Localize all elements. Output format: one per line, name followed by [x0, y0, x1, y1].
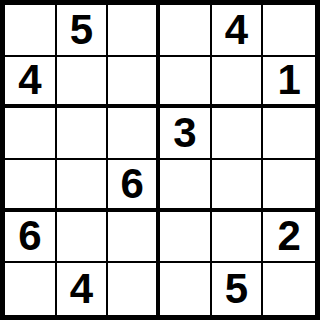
- sudoku-cell-r4c2-empty[interactable]: [57, 160, 109, 212]
- sudoku-cell-r3c5-empty[interactable]: [212, 108, 264, 160]
- sudoku-cell-r5c3-empty[interactable]: [108, 212, 160, 264]
- sudoku-cell-r5c6-given: 2: [263, 212, 315, 264]
- given-digit: 4: [18, 59, 41, 101]
- given-digit: 6: [120, 163, 143, 205]
- sudoku-cell-r4c3-given: 6: [108, 160, 160, 212]
- sudoku-cell-r3c4-given: 3: [160, 108, 212, 160]
- sudoku-cell-r1c5-given: 4: [212, 5, 264, 57]
- sudoku-cell-r2c2-empty[interactable]: [57, 57, 109, 109]
- sudoku-cell-r3c2-empty[interactable]: [57, 108, 109, 160]
- sudoku-cell-r6c4-empty[interactable]: [160, 263, 212, 315]
- sudoku-cell-r6c1-empty[interactable]: [5, 263, 57, 315]
- sudoku-cell-r5c2-empty[interactable]: [57, 212, 109, 264]
- sudoku-cell-r2c6-given: 1: [263, 57, 315, 109]
- sudoku-cell-r4c1-empty[interactable]: [5, 160, 57, 212]
- sudoku-cell-r4c4-empty[interactable]: [160, 160, 212, 212]
- sudoku-board: 5441366245: [0, 0, 320, 320]
- sudoku-cell-r6c6-empty[interactable]: [263, 263, 315, 315]
- sudoku-cell-r2c4-empty[interactable]: [160, 57, 212, 109]
- sudoku-cell-r6c3-empty[interactable]: [108, 263, 160, 315]
- sudoku-cell-r5c4-empty[interactable]: [160, 212, 212, 264]
- sudoku-cell-r4c6-empty[interactable]: [263, 160, 315, 212]
- sudoku-cell-r1c3-empty[interactable]: [108, 5, 160, 57]
- given-digit: 5: [70, 9, 93, 51]
- sudoku-cell-r1c4-empty[interactable]: [160, 5, 212, 57]
- sudoku-cell-r2c1-given: 4: [5, 57, 57, 109]
- sudoku-cell-r6c5-given: 5: [212, 263, 264, 315]
- given-digit: 5: [225, 268, 248, 310]
- sudoku-cell-r5c1-given: 6: [5, 212, 57, 264]
- given-digit: 6: [18, 215, 41, 257]
- given-digit: 2: [277, 215, 300, 257]
- sudoku-cell-r1c6-empty[interactable]: [263, 5, 315, 57]
- sudoku-cell-r2c5-empty[interactable]: [212, 57, 264, 109]
- given-digit: 3: [173, 112, 196, 154]
- given-digit: 4: [225, 9, 248, 51]
- sudoku-cell-r1c1-empty[interactable]: [5, 5, 57, 57]
- sudoku-cell-r3c3-empty[interactable]: [108, 108, 160, 160]
- sudoku-cell-r1c2-given: 5: [57, 5, 109, 57]
- sudoku-cell-r6c2-given: 4: [57, 263, 109, 315]
- sudoku-cell-r3c6-empty[interactable]: [263, 108, 315, 160]
- given-digit: 4: [70, 268, 93, 310]
- sudoku-cell-r3c1-empty[interactable]: [5, 108, 57, 160]
- sudoku-cell-r2c3-empty[interactable]: [108, 57, 160, 109]
- given-digit: 1: [277, 59, 300, 101]
- sudoku-cell-r5c5-empty[interactable]: [212, 212, 264, 264]
- sudoku-cell-r4c5-empty[interactable]: [212, 160, 264, 212]
